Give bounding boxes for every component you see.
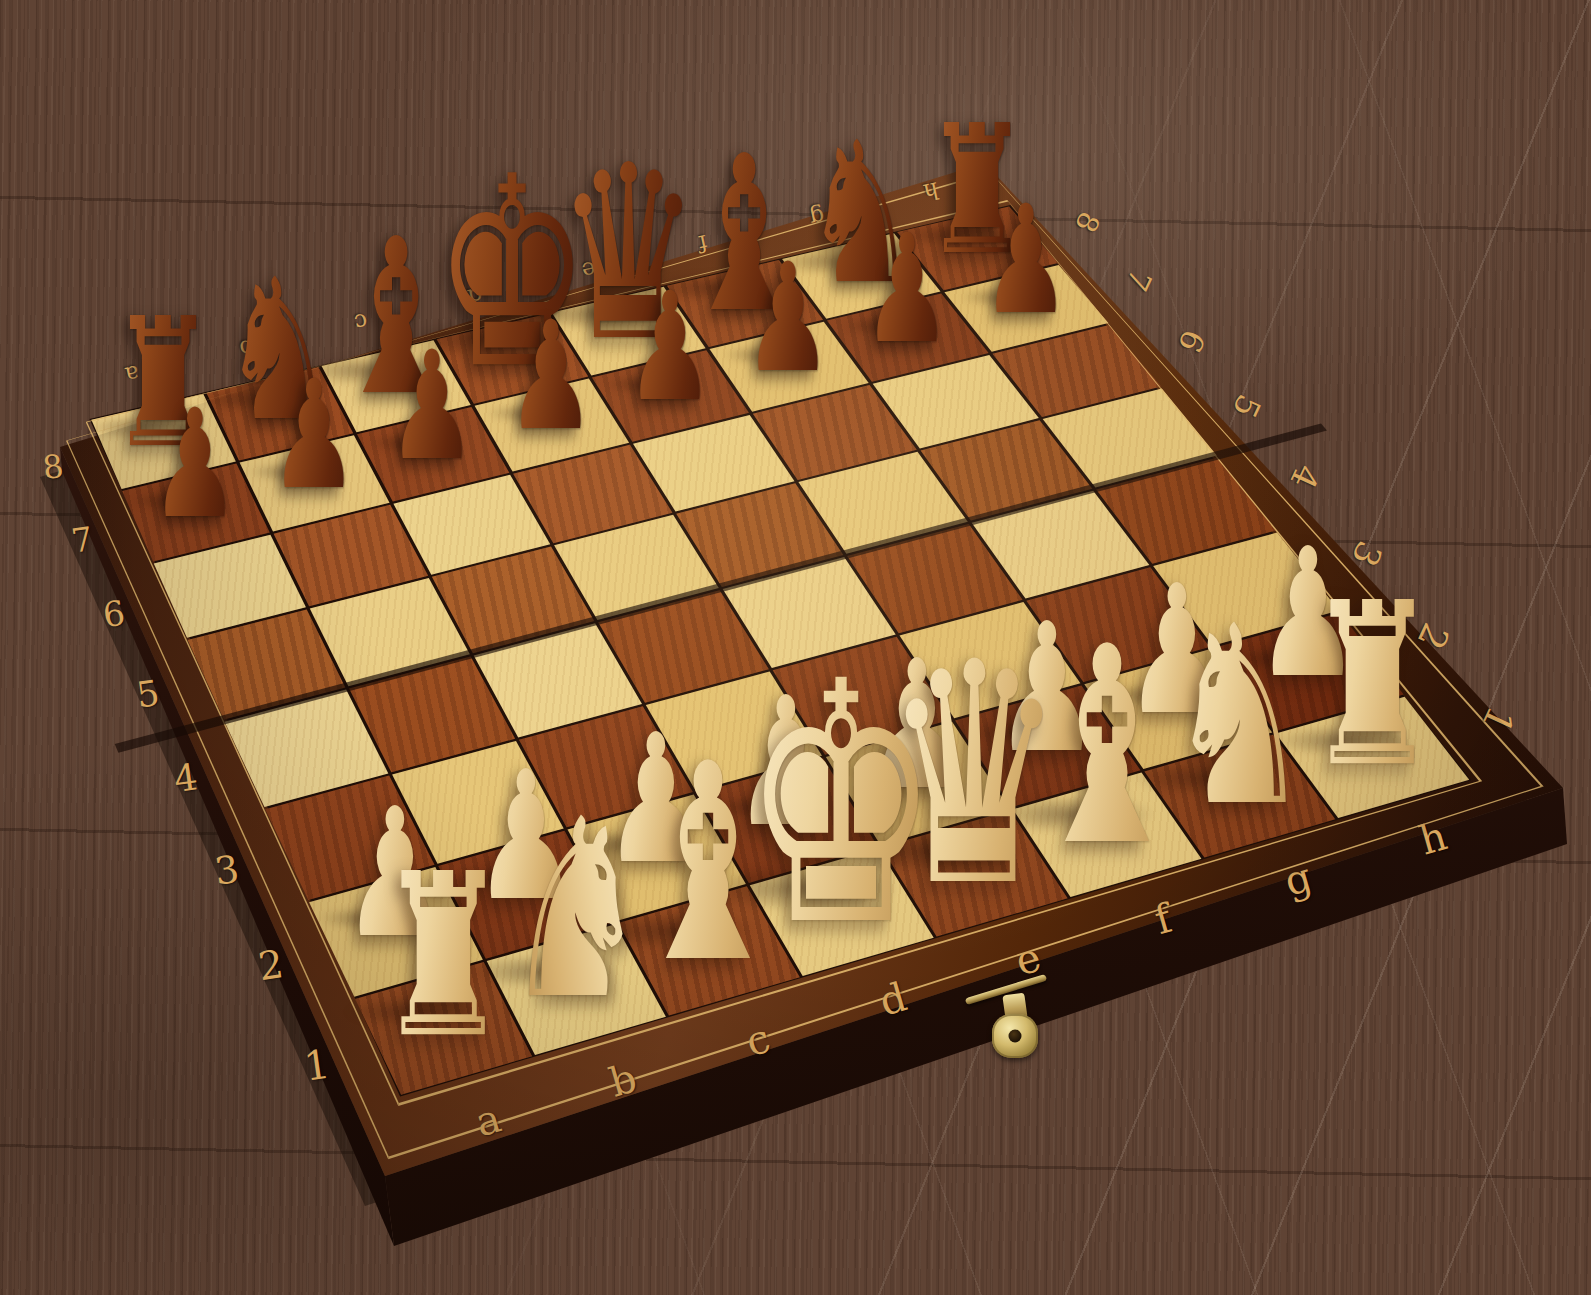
piece-white-rook-h1[interactable]: ♜ xyxy=(1305,573,1438,798)
piece-black-pawn-h7[interactable]: ♟ xyxy=(981,185,1070,335)
piece-white-rook-a1[interactable]: ♜ xyxy=(376,844,509,1069)
rank-label-right-5: 5 xyxy=(1227,390,1266,423)
rank-label-left-6: 6 xyxy=(101,596,127,633)
piece-black-pawn-d7[interactable]: ♟ xyxy=(507,301,596,451)
clasp-rosette xyxy=(992,1014,1038,1058)
brass-clasp xyxy=(964,976,1064,1066)
rank-label-right-4: 4 xyxy=(1284,460,1324,494)
rank-label-right-8: 8 xyxy=(1070,207,1104,236)
rank-label-left-5: 5 xyxy=(135,675,162,713)
piece-white-knight-b1[interactable]: ♞ xyxy=(503,787,649,1034)
piece-black-pawn-b7[interactable]: ♟ xyxy=(269,360,358,510)
piece-black-pawn-a7[interactable]: ♟ xyxy=(151,389,240,539)
clasp-hole xyxy=(1009,1030,1022,1043)
scene: aabbccddeeffgghh1122334455667788 ♜♞♝♟♛♟♚… xyxy=(0,0,1591,1295)
piece-black-pawn-g7[interactable]: ♟ xyxy=(863,214,952,364)
rank-label-left-2: 2 xyxy=(256,945,286,987)
piece-black-pawn-e7[interactable]: ♟ xyxy=(625,272,714,422)
rank-label-left-1: 1 xyxy=(302,1043,333,1086)
piece-black-pawn-f7[interactable]: ♟ xyxy=(744,243,833,393)
piece-white-knight-g1[interactable]: ♞ xyxy=(1166,593,1312,840)
rank-label-left-8: 8 xyxy=(40,450,65,485)
piece-black-pawn-c7[interactable]: ♟ xyxy=(388,331,477,481)
piece-white-bishop-c1[interactable]: ♝ xyxy=(628,728,789,1000)
rank-label-left-4: 4 xyxy=(172,760,200,799)
rank-label-right-7: 7 xyxy=(1121,265,1157,295)
rank-label-right-6: 6 xyxy=(1172,325,1209,357)
